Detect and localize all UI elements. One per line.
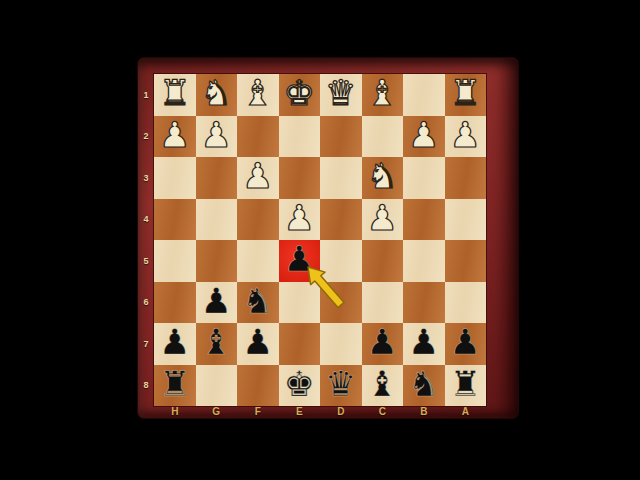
square-a2[interactable]: ♟: [445, 116, 487, 158]
square-f4[interactable]: [237, 199, 279, 241]
black-pawn: ♟: [201, 284, 232, 319]
square-g3[interactable]: [196, 157, 238, 199]
file-label-a: A: [445, 405, 487, 418]
white-pawn: ♟: [201, 118, 232, 153]
board-grid: ♜♞♝♚♛♝♜♟♟♟♟♟♞♟♟♟♟♞♟♝♟♟♟♟♜♚♛♝♞♜: [154, 74, 486, 406]
square-c5[interactable]: [362, 240, 404, 282]
square-e4[interactable]: ♟: [279, 199, 321, 241]
square-f2[interactable]: [237, 116, 279, 158]
square-b4[interactable]: [403, 199, 445, 241]
file-label-g: G: [196, 405, 238, 418]
black-knight: ♞: [408, 367, 439, 402]
square-b5[interactable]: [403, 240, 445, 282]
square-g6[interactable]: ♟: [196, 282, 238, 324]
square-a3[interactable]: [445, 157, 487, 199]
black-pawn: ♟: [242, 325, 273, 360]
white-pawn: ♟: [450, 118, 481, 153]
square-f8[interactable]: [237, 365, 279, 407]
file-label-h: H: [154, 405, 196, 418]
black-king: ♚: [284, 367, 315, 402]
square-h5[interactable]: [154, 240, 196, 282]
square-b8[interactable]: ♞: [403, 365, 445, 407]
square-f6[interactable]: ♞: [237, 282, 279, 324]
square-e3[interactable]: [279, 157, 321, 199]
rank-label-5: 5: [138, 240, 154, 282]
square-b7[interactable]: ♟: [403, 323, 445, 365]
square-g4[interactable]: [196, 199, 238, 241]
square-e5[interactable]: ♟: [279, 240, 321, 282]
square-b2[interactable]: ♟: [403, 116, 445, 158]
square-a5[interactable]: [445, 240, 487, 282]
white-bishop: ♝: [367, 76, 398, 111]
rank-label-7: 7: [138, 323, 154, 365]
square-b6[interactable]: [403, 282, 445, 324]
white-pawn: ♟: [284, 201, 315, 236]
square-a1[interactable]: ♜: [445, 74, 487, 116]
black-queen: ♛: [325, 367, 356, 402]
white-knight: ♞: [367, 159, 398, 194]
square-d4[interactable]: [320, 199, 362, 241]
square-e8[interactable]: ♚: [279, 365, 321, 407]
square-h4[interactable]: [154, 199, 196, 241]
square-f5[interactable]: [237, 240, 279, 282]
square-g8[interactable]: [196, 365, 238, 407]
white-queen: ♛: [325, 76, 356, 111]
rank-label-2: 2: [138, 116, 154, 158]
square-h6[interactable]: [154, 282, 196, 324]
square-c2[interactable]: [362, 116, 404, 158]
square-e1[interactable]: ♚: [279, 74, 321, 116]
white-rook: ♜: [159, 76, 190, 111]
square-h7[interactable]: ♟: [154, 323, 196, 365]
video-frame: 12345678 HGFEDCBA ♜♞♝♚♛♝♜♟♟♟♟♟♞♟♟♟♟♞♟♝♟♟…: [0, 0, 640, 480]
white-pawn: ♟: [367, 201, 398, 236]
black-rook: ♜: [159, 367, 190, 402]
white-knight: ♞: [201, 76, 232, 111]
black-bishop: ♝: [367, 367, 398, 402]
square-d7[interactable]: [320, 323, 362, 365]
file-label-c: C: [362, 405, 404, 418]
white-pawn: ♟: [408, 118, 439, 153]
black-pawn: ♟: [450, 325, 481, 360]
square-e2[interactable]: [279, 116, 321, 158]
square-g7[interactable]: ♝: [196, 323, 238, 365]
white-pawn: ♟: [242, 159, 273, 194]
black-rook: ♜: [450, 367, 481, 402]
square-h1[interactable]: ♜: [154, 74, 196, 116]
rank-label-1: 1: [138, 74, 154, 116]
file-label-e: E: [279, 405, 321, 418]
rank-label-4: 4: [138, 199, 154, 241]
file-label-d: D: [320, 405, 362, 418]
square-e6[interactable]: [279, 282, 321, 324]
square-d1[interactable]: ♛: [320, 74, 362, 116]
square-e7[interactable]: [279, 323, 321, 365]
rank-label-3: 3: [138, 157, 154, 199]
rank-labels: 12345678: [138, 74, 154, 406]
square-a8[interactable]: ♜: [445, 365, 487, 407]
black-pawn: ♟: [408, 325, 439, 360]
black-pawn: ♟: [367, 325, 398, 360]
chess-board: 12345678 HGFEDCBA ♜♞♝♚♛♝♜♟♟♟♟♟♞♟♟♟♟♞♟♝♟♟…: [138, 58, 518, 418]
square-h3[interactable]: [154, 157, 196, 199]
square-a7[interactable]: ♟: [445, 323, 487, 365]
file-label-f: F: [237, 405, 279, 418]
rank-label-8: 8: [138, 365, 154, 407]
square-c4[interactable]: ♟: [362, 199, 404, 241]
square-d8[interactable]: ♛: [320, 365, 362, 407]
rank-label-6: 6: [138, 282, 154, 324]
white-pawn: ♟: [159, 118, 190, 153]
square-f3[interactable]: ♟: [237, 157, 279, 199]
file-labels: HGFEDCBA: [154, 405, 486, 418]
black-pawn: ♟: [284, 242, 315, 277]
square-d5[interactable]: [320, 240, 362, 282]
black-pawn: ♟: [159, 325, 190, 360]
square-c8[interactable]: ♝: [362, 365, 404, 407]
square-c6[interactable]: [362, 282, 404, 324]
square-d2[interactable]: [320, 116, 362, 158]
square-f7[interactable]: ♟: [237, 323, 279, 365]
square-g2[interactable]: ♟: [196, 116, 238, 158]
square-d6[interactable]: [320, 282, 362, 324]
square-h2[interactable]: ♟: [154, 116, 196, 158]
square-c7[interactable]: ♟: [362, 323, 404, 365]
square-c1[interactable]: ♝: [362, 74, 404, 116]
square-d3[interactable]: [320, 157, 362, 199]
white-king: ♚: [284, 76, 315, 111]
square-g1[interactable]: ♞: [196, 74, 238, 116]
file-label-b: B: [403, 405, 445, 418]
square-f1[interactable]: ♝: [237, 74, 279, 116]
square-a6[interactable]: [445, 282, 487, 324]
square-h8[interactable]: ♜: [154, 365, 196, 407]
square-a4[interactable]: [445, 199, 487, 241]
black-bishop: ♝: [201, 325, 232, 360]
square-b1[interactable]: [403, 74, 445, 116]
square-b3[interactable]: [403, 157, 445, 199]
white-bishop: ♝: [242, 76, 273, 111]
square-g5[interactable]: [196, 240, 238, 282]
white-rook: ♜: [450, 76, 481, 111]
black-knight: ♞: [242, 284, 273, 319]
square-c3[interactable]: ♞: [362, 157, 404, 199]
